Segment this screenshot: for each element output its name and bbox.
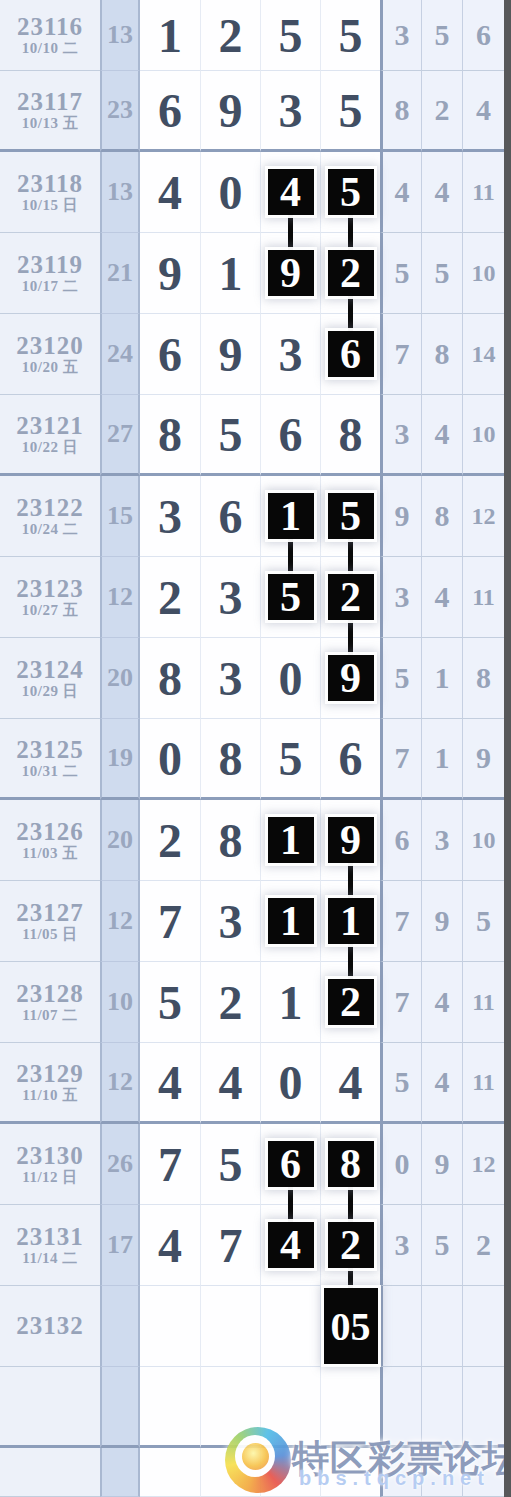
issue-label: 23116 [17, 14, 83, 40]
issue-cell: 2311610/10 二 [0, 0, 100, 71]
draw-row: 2312210/24 二1536159812 [0, 476, 511, 557]
draw-row: 2312811/07 二1052127411 [0, 962, 511, 1043]
stat-cell: 3 [421, 800, 462, 881]
digit-cell: 6 [260, 395, 320, 476]
digit-value: 2 [219, 8, 243, 63]
digit-value: 8 [219, 813, 243, 868]
digit-cell: 0 [260, 638, 320, 719]
digit-value: 6 [158, 327, 182, 382]
issue-cell: 2312310/27 五 [0, 557, 100, 638]
digit-cell [200, 1367, 260, 1448]
draw-row: 2313205 [0, 1286, 511, 1367]
stat-cell [380, 1448, 421, 1497]
digit-value: 0 [158, 731, 182, 786]
highlight-box: 5 [328, 169, 374, 215]
draw-row [0, 1448, 511, 1497]
draw-row: 2312611/03 五2028196310 [0, 800, 511, 881]
stat-cell [380, 1367, 421, 1448]
stat-cell: 0 [380, 1124, 421, 1205]
digit-cell: 1 [140, 0, 200, 71]
stat-cell: 7 [380, 881, 421, 962]
highlight-box: 9 [328, 817, 374, 863]
digit-value: 5 [339, 8, 363, 63]
draw-row: 2312310/27 五1223523411 [0, 557, 511, 638]
digit-cell: 5 [200, 395, 260, 476]
issue-cell: 2312010/20 五 [0, 314, 100, 395]
date-label: 10/31 二 [22, 764, 78, 779]
sum-cell: 23 [100, 71, 140, 152]
digit-cell: 3 [200, 557, 260, 638]
stat-cell: 4 [421, 557, 462, 638]
stat-cell: 7 [380, 719, 421, 800]
issue-cell [0, 1367, 100, 1448]
lottery-trend-chart: 2311610/10 二1312553562311710/13 五2369358… [0, 0, 511, 1497]
stat-cell: 9 [421, 881, 462, 962]
digit-cell: 2 [320, 233, 380, 314]
date-label: 11/10 五 [22, 1088, 78, 1103]
sum-cell: 20 [100, 800, 140, 881]
digit-cell: 3 [260, 314, 320, 395]
sum-cell: 24 [100, 314, 140, 395]
issue-label: 23123 [16, 576, 84, 602]
issue-cell: 2312611/03 五 [0, 800, 100, 881]
draw-row: 2312711/05 日127311795 [0, 881, 511, 962]
date-label: 11/05 日 [22, 927, 78, 942]
sum-cell [100, 1286, 140, 1367]
digit-value: 5 [279, 8, 303, 63]
stat-cell: 7 [380, 314, 421, 395]
sum-cell: 21 [100, 233, 140, 314]
digit-cell: 5 [260, 0, 320, 71]
sum-cell: 15 [100, 476, 140, 557]
draw-row: 2311610/10 二131255356 [0, 0, 511, 71]
digit-value: 1 [279, 975, 303, 1030]
digit-value: 7 [158, 894, 182, 949]
digit-value: 3 [279, 83, 303, 138]
digit-value: 6 [339, 731, 363, 786]
link-line [348, 537, 353, 558]
digit-cell: 8 [320, 1124, 380, 1205]
digit-cell: 0 [140, 719, 200, 800]
digit-cell: 4 [140, 1043, 200, 1124]
issue-label: 23125 [16, 737, 84, 763]
highlight-box: 8 [328, 1141, 374, 1187]
digit-value: 4 [158, 1218, 182, 1273]
sum-cell: 26 [100, 1124, 140, 1205]
draw-row: 2313111/14 二174742352 [0, 1205, 511, 1286]
digit-value: 6 [219, 489, 243, 544]
digit-cell: 05 [320, 1286, 380, 1367]
stat-cell: 8 [380, 71, 421, 152]
digit-cell [320, 1367, 380, 1448]
issue-label: 23124 [16, 657, 84, 683]
stat-cell [380, 1286, 421, 1367]
sum-cell: 12 [100, 557, 140, 638]
highlight-box: 1 [328, 898, 374, 944]
highlight-box: 1 [268, 898, 314, 944]
digit-cell: 4 [260, 152, 320, 233]
link-line [348, 942, 353, 963]
date-label: 10/13 五 [22, 116, 78, 131]
digit-cell: 9 [140, 233, 200, 314]
stat-cell: 3 [380, 557, 421, 638]
digit-value: 3 [219, 651, 243, 706]
digit-cell: 0 [200, 152, 260, 233]
stat-cell [421, 1448, 462, 1497]
issue-label: 23128 [16, 981, 84, 1007]
digit-cell: 1 [320, 881, 380, 962]
digit-cell: 6 [260, 1124, 320, 1205]
digit-cell: 3 [140, 476, 200, 557]
date-label: 10/29 日 [22, 684, 78, 699]
digit-value: 3 [219, 894, 243, 949]
sum-cell: 19 [100, 719, 140, 800]
date-label: 11/07 二 [22, 1008, 78, 1023]
issue-cell [0, 1448, 100, 1497]
issue-label: 23131 [16, 1224, 84, 1250]
digit-value: 9 [219, 327, 243, 382]
digit-cell: 4 [140, 152, 200, 233]
date-label: 10/22 日 [22, 440, 78, 455]
digit-cell: 3 [200, 638, 260, 719]
stat-cell: 8 [421, 476, 462, 557]
scrollbar-track[interactable] [504, 0, 511, 1497]
digit-value: 6 [158, 83, 182, 138]
digit-cell: 9 [260, 233, 320, 314]
issue-cell: 2312811/07 二 [0, 962, 100, 1043]
issue-cell: 2313011/12 日 [0, 1124, 100, 1205]
highlight-box: 5 [268, 574, 314, 620]
stat-cell: 3 [380, 0, 421, 71]
stat-cell: 5 [380, 638, 421, 719]
sum-cell: 13 [100, 0, 140, 71]
issue-label: 23126 [16, 819, 84, 845]
digit-cell: 2 [320, 962, 380, 1043]
stat-cell: 7 [380, 962, 421, 1043]
sum-cell: 13 [100, 152, 140, 233]
digit-value: 3 [158, 489, 182, 544]
date-label: 10/27 五 [22, 603, 78, 618]
sum-cell: 20 [100, 638, 140, 719]
digit-cell: 4 [260, 1205, 320, 1286]
date-label: 10/20 五 [22, 360, 78, 375]
digit-cell [140, 1367, 200, 1448]
sum-cell [100, 1448, 140, 1497]
digit-value: 9 [219, 83, 243, 138]
digit-value: 4 [339, 1055, 363, 1110]
issue-cell: 2312510/31 二 [0, 719, 100, 800]
digit-value: 4 [158, 1055, 182, 1110]
issue-cell: 2313111/14 二 [0, 1205, 100, 1286]
issue-label: 23119 [17, 252, 83, 278]
digit-value: 2 [158, 570, 182, 625]
digit-cell: 6 [140, 71, 200, 152]
highlight-box: 4 [268, 169, 314, 215]
digit-cell: 2 [200, 962, 260, 1043]
digit-cell: 5 [320, 152, 380, 233]
date-label: 10/15 日 [22, 198, 78, 213]
stat-cell: 1 [421, 638, 462, 719]
highlight-box: 05 [324, 1288, 378, 1364]
stat-cell: 5 [421, 0, 462, 71]
digit-cell: 5 [320, 71, 380, 152]
digit-cell: 7 [200, 1205, 260, 1286]
issue-label: 23127 [16, 900, 84, 926]
digit-cell: 0 [260, 1043, 320, 1124]
digit-cell: 1 [260, 800, 320, 881]
digit-cell: 9 [320, 638, 380, 719]
digit-cell: 1 [260, 881, 320, 962]
link-line [348, 1266, 353, 1287]
digit-cell: 9 [200, 71, 260, 152]
digit-value: 9 [158, 246, 182, 301]
stat-cell: 1 [421, 719, 462, 800]
digit-value: 6 [279, 407, 303, 462]
digit-value: 5 [279, 731, 303, 786]
link-line [348, 618, 353, 639]
digit-value: 0 [279, 651, 303, 706]
stat-cell: 6 [380, 800, 421, 881]
digit-cell [200, 1448, 260, 1497]
digit-cell: 8 [140, 395, 200, 476]
issue-label: 23132 [16, 1313, 84, 1339]
draw-row: 2313011/12 日2675680912 [0, 1124, 511, 1205]
digit-value: 0 [279, 1055, 303, 1110]
digit-cell: 5 [260, 557, 320, 638]
issue-label: 23117 [17, 89, 83, 115]
issue-label: 23129 [16, 1061, 84, 1087]
digit-cell [200, 1286, 260, 1367]
digit-value: 7 [158, 1137, 182, 1192]
sum-cell: 17 [100, 1205, 140, 1286]
digit-value: 5 [219, 1137, 243, 1192]
stat-cell: 9 [421, 1124, 462, 1205]
stat-cell: 5 [380, 1043, 421, 1124]
digit-cell: 4 [140, 1205, 200, 1286]
digit-cell: 2 [200, 0, 260, 71]
highlight-box: 2 [328, 250, 374, 296]
digit-value: 8 [219, 731, 243, 786]
digit-value: 1 [219, 246, 243, 301]
sum-cell: 27 [100, 395, 140, 476]
date-label: 10/17 二 [22, 279, 78, 294]
digit-cell: 3 [260, 71, 320, 152]
digit-cell: 3 [200, 881, 260, 962]
highlight-box: 2 [328, 979, 374, 1025]
stat-cell: 3 [380, 395, 421, 476]
link-line [348, 1185, 353, 1206]
stat-cell: 5 [421, 1205, 462, 1286]
draw-row: 2311910/17 二2191925510 [0, 233, 511, 314]
stat-cell: 4 [380, 152, 421, 233]
date-label: 10/24 二 [22, 522, 78, 537]
stat-cell: 2 [421, 71, 462, 152]
digit-cell: 8 [200, 719, 260, 800]
issue-label: 23118 [17, 171, 83, 197]
digit-cell: 5 [260, 719, 320, 800]
highlight-box: 4 [268, 1222, 314, 1268]
issue-label: 23121 [16, 413, 84, 439]
digit-cell: 5 [320, 0, 380, 71]
digit-value: 0 [219, 165, 243, 220]
digit-cell: 2 [140, 800, 200, 881]
digit-cell: 1 [260, 962, 320, 1043]
digit-cell: 8 [200, 800, 260, 881]
digit-cell [320, 1448, 380, 1497]
highlight-box: 6 [268, 1141, 314, 1187]
link-line [348, 294, 353, 315]
stat-cell: 5 [380, 233, 421, 314]
digit-value: 1 [158, 8, 182, 63]
highlight-box: 9 [268, 250, 314, 296]
digit-cell: 5 [140, 962, 200, 1043]
digit-cell [140, 1448, 200, 1497]
digit-cell: 8 [320, 395, 380, 476]
digit-cell: 7 [140, 1124, 200, 1205]
issue-cell: 2312711/05 日 [0, 881, 100, 962]
digit-value: 5 [219, 407, 243, 462]
chart-rows: 2311610/10 二1312553562311710/13 五2369358… [0, 0, 511, 1497]
digit-cell: 6 [140, 314, 200, 395]
stat-cell [421, 1367, 462, 1448]
draw-row [0, 1367, 511, 1448]
digit-value: 4 [219, 1055, 243, 1110]
highlight-box: 6 [328, 331, 374, 377]
digit-value: 8 [158, 651, 182, 706]
digit-cell: 1 [260, 476, 320, 557]
issue-label: 23120 [16, 333, 84, 359]
digit-cell: 8 [140, 638, 200, 719]
date-label: 11/12 日 [22, 1170, 78, 1185]
draw-row: 2312510/31 二190856719 [0, 719, 511, 800]
issue-cell: 23132 [0, 1286, 100, 1367]
link-line [288, 213, 293, 234]
sum-cell [100, 1367, 140, 1448]
digit-cell [140, 1286, 200, 1367]
digit-value: 5 [158, 975, 182, 1030]
issue-cell: 2311710/13 五 [0, 71, 100, 152]
digit-cell: 2 [320, 557, 380, 638]
stat-cell: 3 [380, 1205, 421, 1286]
digit-cell: 6 [320, 314, 380, 395]
sum-cell: 12 [100, 1043, 140, 1124]
issue-cell: 2312110/22 日 [0, 395, 100, 476]
stat-cell [421, 1286, 462, 1367]
highlight-box: 1 [268, 817, 314, 863]
draw-row: 2312911/10 五1244045411 [0, 1043, 511, 1124]
stat-cell: 4 [421, 152, 462, 233]
highlight-box: 2 [328, 1222, 374, 1268]
issue-cell: 2312210/24 二 [0, 476, 100, 557]
stat-cell: 9 [380, 476, 421, 557]
digit-cell: 4 [320, 1043, 380, 1124]
digit-value: 8 [158, 407, 182, 462]
highlight-box: 9 [328, 655, 374, 701]
digit-cell: 6 [200, 476, 260, 557]
sum-cell: 12 [100, 881, 140, 962]
date-label: 11/03 五 [22, 846, 78, 861]
draw-row: 2312110/22 日2785683410 [0, 395, 511, 476]
digit-value: 4 [158, 165, 182, 220]
issue-cell: 2311810/15 日 [0, 152, 100, 233]
draw-row: 2312010/20 五2469367814 [0, 314, 511, 395]
stat-cell: 4 [421, 962, 462, 1043]
sum-cell: 10 [100, 962, 140, 1043]
draw-row: 2312410/29 日208309518 [0, 638, 511, 719]
digit-cell: 4 [200, 1043, 260, 1124]
issue-cell: 2312911/10 五 [0, 1043, 100, 1124]
digit-value: 3 [279, 327, 303, 382]
digit-value: 7 [219, 1218, 243, 1273]
link-line [348, 213, 353, 234]
draw-row: 2311810/15 日1340454411 [0, 152, 511, 233]
digit-value: 2 [158, 813, 182, 868]
digit-cell: 5 [200, 1124, 260, 1205]
digit-cell: 7 [140, 881, 200, 962]
issue-cell: 2312410/29 日 [0, 638, 100, 719]
digit-cell: 1 [200, 233, 260, 314]
highlight-box: 5 [328, 493, 374, 539]
digit-cell: 2 [140, 557, 200, 638]
issue-label: 23130 [16, 1143, 84, 1169]
digit-cell [260, 1448, 320, 1497]
digit-cell: 9 [200, 314, 260, 395]
issue-cell: 2311910/17 二 [0, 233, 100, 314]
draw-row: 2311710/13 五236935824 [0, 71, 511, 152]
digit-value: 2 [219, 975, 243, 1030]
date-label: 11/14 二 [22, 1251, 78, 1266]
highlight-box: 2 [328, 574, 374, 620]
link-line [288, 537, 293, 558]
link-line [288, 1185, 293, 1206]
digit-cell: 5 [320, 476, 380, 557]
stat-cell: 8 [421, 314, 462, 395]
digit-cell [260, 1367, 320, 1448]
stat-cell: 4 [421, 395, 462, 476]
digit-value: 8 [339, 407, 363, 462]
digit-value: 5 [339, 83, 363, 138]
highlight-box: 1 [268, 493, 314, 539]
digit-value: 3 [219, 570, 243, 625]
digit-cell [260, 1286, 320, 1367]
date-label: 10/10 二 [22, 41, 78, 56]
stat-cell: 4 [421, 1043, 462, 1124]
link-line [348, 861, 353, 882]
stat-cell: 5 [421, 233, 462, 314]
digit-cell: 2 [320, 1205, 380, 1286]
issue-label: 23122 [16, 495, 84, 521]
digit-cell: 6 [320, 719, 380, 800]
digit-cell: 9 [320, 800, 380, 881]
